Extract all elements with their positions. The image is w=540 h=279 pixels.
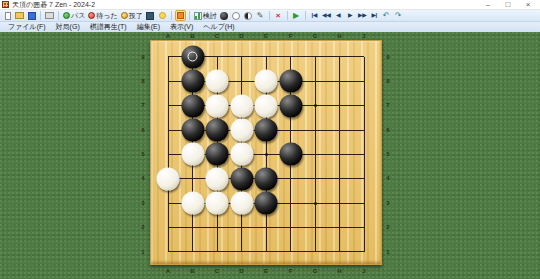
intersection-F7[interactable] — [278, 94, 303, 118]
white-stone-C8 — [206, 70, 229, 93]
intersection-H5[interactable] — [327, 142, 352, 166]
intersection-G4[interactable] — [303, 167, 328, 191]
coord-left-9: 9 — [137, 54, 149, 60]
intersection-B6[interactable] — [180, 118, 205, 142]
coord-right-6: 6 — [382, 127, 394, 133]
black-stone-icon — [220, 12, 228, 20]
back-10-button[interactable]: ◀◀ — [321, 10, 332, 21]
intersection-C8[interactable] — [205, 69, 230, 93]
back-1-button[interactable]: ◀ — [333, 10, 344, 21]
rotate-left-button[interactable]: ↶ — [381, 10, 392, 21]
intersection-F8[interactable] — [278, 69, 303, 93]
stone-mode-icon — [177, 12, 184, 19]
intersection-B4[interactable] — [180, 167, 205, 191]
intersection-H7[interactable] — [327, 94, 352, 118]
intersection-E1[interactable] — [254, 240, 279, 264]
intersection-F5[interactable] — [278, 142, 303, 166]
menu-replay[interactable]: 棋譜再生(T) — [85, 22, 132, 32]
minimize-button[interactable]: – — [478, 0, 498, 10]
coord-top-H: H — [335, 33, 345, 39]
black-stone-D4 — [230, 167, 253, 190]
intersection-A8[interactable] — [156, 69, 181, 93]
coord-left-5: 5 — [137, 151, 149, 157]
intersection-A3[interactable] — [156, 191, 181, 215]
hint-icon — [159, 12, 166, 19]
toolbar-separator — [305, 11, 306, 20]
stone-mode-toggle[interactable] — [175, 10, 186, 21]
intersection-G7[interactable] — [303, 94, 328, 118]
play-button[interactable]: ▶ — [291, 10, 302, 21]
intersection-E5[interactable] — [254, 142, 279, 166]
intersection-H9[interactable] — [327, 45, 352, 69]
white-stone-D6 — [230, 119, 253, 142]
coord-bottom-B: B — [188, 268, 198, 274]
coord-top-B: B — [188, 33, 198, 39]
intersection-B8[interactable] — [180, 69, 205, 93]
forward-10-icon: ▶▶ — [358, 10, 366, 21]
intersection-B5[interactable] — [180, 142, 205, 166]
intersection-H3[interactable] — [327, 191, 352, 215]
open-folder-icon — [15, 12, 24, 19]
first-move-icon: |◀ — [312, 10, 317, 21]
coord-bottom-C: C — [212, 268, 222, 274]
white-stone-D3 — [230, 192, 253, 215]
coord-bottom-G: G — [310, 268, 320, 274]
analyze-icon — [146, 12, 154, 20]
open-button[interactable] — [14, 10, 25, 21]
play-icon: ▶ — [293, 10, 299, 21]
place-black-button[interactable] — [219, 10, 230, 21]
intersection-A7[interactable] — [156, 94, 181, 118]
toolbar-separator — [58, 11, 59, 20]
intersection-H2[interactable] — [327, 215, 352, 239]
menu-file[interactable]: ファイル(F) — [3, 22, 51, 32]
intersection-E4[interactable] — [254, 167, 279, 191]
intersection-H6[interactable] — [327, 118, 352, 142]
chart-icon — [194, 12, 202, 20]
intersection-J4[interactable] — [352, 167, 377, 191]
intersection-F1[interactable] — [278, 240, 303, 264]
intersection-C6[interactable] — [205, 118, 230, 142]
save-button[interactable] — [26, 10, 37, 21]
window-controls: – □ × — [478, 0, 538, 10]
coord-left-4: 4 — [137, 175, 149, 181]
last-move-button[interactable]: ▶| — [369, 10, 380, 21]
pen-icon: ✎ — [257, 10, 264, 21]
black-stone-B7 — [181, 94, 204, 117]
alternate-stone-icon — [244, 12, 252, 20]
intersection-D8[interactable] — [229, 69, 254, 93]
goban — [150, 40, 382, 265]
intersection-D6[interactable] — [229, 118, 254, 142]
hint-button[interactable] — [157, 10, 168, 21]
intersection-D7[interactable] — [229, 94, 254, 118]
black-stone-E6 — [255, 119, 278, 142]
coord-right-4: 4 — [382, 175, 394, 181]
white-stone-E8 — [255, 70, 278, 93]
save-icon — [28, 12, 36, 20]
analyze-button[interactable] — [145, 10, 156, 21]
coord-bottom-H: H — [335, 268, 345, 274]
coord-top-D: D — [237, 33, 247, 39]
coord-right-1: 1 — [382, 249, 394, 255]
intersection-F6[interactable] — [278, 118, 303, 142]
intersection-E9[interactable] — [254, 45, 279, 69]
menu-edit[interactable]: 編集(E) — [132, 22, 165, 32]
resign-icon — [121, 12, 128, 19]
intersection-A2[interactable] — [156, 215, 181, 239]
white-stone-C4 — [206, 167, 229, 190]
forward-1-icon: ▶ — [348, 10, 352, 21]
pass-icon — [63, 12, 70, 19]
black-stone-B8 — [181, 70, 204, 93]
intersection-B1[interactable] — [180, 240, 205, 264]
undo-button[interactable]: 待った — [87, 10, 118, 21]
rotate-left-icon: ↶ — [383, 10, 390, 21]
coord-bottom-J: J — [359, 268, 369, 274]
star-point — [314, 104, 317, 107]
coord-bottom-E: E — [261, 268, 271, 274]
forward-1-button[interactable]: ▶ — [345, 10, 356, 21]
menu-bar: ファイル(F) 対局(G) 棋譜再生(T) 編集(E) 表示(V) ヘルプ(H) — [0, 22, 540, 32]
coord-top-E: E — [261, 33, 271, 39]
last-move-marker — [188, 52, 198, 62]
toolbar-separator — [189, 11, 190, 20]
first-move-button[interactable]: |◀ — [309, 10, 320, 21]
intersection-C7[interactable] — [205, 94, 230, 118]
intersection-J3[interactable] — [352, 191, 377, 215]
intersection-E2[interactable] — [254, 215, 279, 239]
coord-right-5: 5 — [382, 151, 394, 157]
black-stone-C5 — [206, 143, 229, 166]
table-felt: AABBCCDDEEFFGGHHJJ998877665544332211 — [0, 32, 540, 279]
intersection-F3[interactable] — [278, 191, 303, 215]
intersection-F4[interactable] — [278, 167, 303, 191]
review-button[interactable]: 検討 — [193, 10, 218, 21]
toolbar: パス 待った 投了 検討 ✎ × ▶ |◀ ◀◀ ◀ ▶ ▶▶ ▶| ↶ ↷ — [0, 10, 540, 22]
coord-bottom-F: F — [286, 268, 296, 274]
coord-left-8: 8 — [137, 78, 149, 84]
intersection-J1[interactable] — [352, 240, 377, 264]
undo-icon — [88, 12, 95, 19]
intersection-D4[interactable] — [229, 167, 254, 191]
delete-icon: × — [276, 10, 281, 21]
white-stone-B3 — [181, 192, 204, 215]
board-grid — [156, 45, 377, 264]
intersection-E6[interactable] — [254, 118, 279, 142]
intersection-J2[interactable] — [352, 215, 377, 239]
black-stone-B6 — [181, 119, 204, 142]
white-stone-A4 — [157, 167, 180, 190]
back-1-icon: ◀ — [336, 10, 340, 21]
intersection-G5[interactable] — [303, 142, 328, 166]
window-title: 天頂の囲碁 7 Zen - 2024-2 — [12, 0, 95, 10]
intersection-E7[interactable] — [254, 94, 279, 118]
intersection-G6[interactable] — [303, 118, 328, 142]
coord-left-7: 7 — [137, 102, 149, 108]
toolbar-separator — [269, 11, 270, 20]
white-stone-D7 — [230, 94, 253, 117]
forward-10-button[interactable]: ▶▶ — [357, 10, 368, 21]
black-stone-F8 — [279, 70, 302, 93]
coord-top-G: G — [310, 33, 320, 39]
rotate-right-icon: ↷ — [395, 10, 402, 21]
star-point — [314, 202, 317, 205]
intersection-D9[interactable] — [229, 45, 254, 69]
resign-button[interactable]: 投了 — [120, 10, 144, 21]
toolbar-separator — [171, 11, 172, 20]
menu-game[interactable]: 対局(G) — [51, 22, 85, 32]
white-stone-icon — [232, 12, 240, 20]
place-white-button[interactable] — [231, 10, 242, 21]
star-point — [265, 153, 268, 156]
intersection-B3[interactable] — [180, 191, 205, 215]
black-stone-B9 — [181, 45, 204, 68]
intersection-B2[interactable] — [180, 215, 205, 239]
toolbar-separator — [287, 11, 288, 20]
menu-help[interactable]: ヘルプ(H) — [198, 22, 239, 32]
white-stone-E7 — [255, 94, 278, 117]
app-icon — [2, 1, 9, 8]
coord-bottom-A: A — [163, 268, 173, 274]
coord-left-2: 2 — [137, 224, 149, 230]
coord-right-3: 3 — [382, 200, 394, 206]
intersection-H1[interactable] — [327, 240, 352, 264]
delete-button[interactable]: × — [273, 10, 284, 21]
intersection-C4[interactable] — [205, 167, 230, 191]
edit-button[interactable]: ✎ — [255, 10, 266, 21]
intersection-G1[interactable] — [303, 240, 328, 264]
coord-top-C: C — [212, 33, 222, 39]
intersection-J9[interactable] — [352, 45, 377, 69]
intersection-A5[interactable] — [156, 142, 181, 166]
menu-view[interactable]: 表示(V) — [165, 22, 198, 32]
coord-right-7: 7 — [382, 102, 394, 108]
coord-top-A: A — [163, 33, 173, 39]
back-10-icon: ◀◀ — [322, 10, 330, 21]
coord-bottom-D: D — [237, 268, 247, 274]
white-stone-B5 — [181, 143, 204, 166]
maximize-button[interactable]: □ — [498, 0, 518, 10]
intersection-C3[interactable] — [205, 191, 230, 215]
intersection-B7[interactable] — [180, 94, 205, 118]
coord-left-6: 6 — [137, 127, 149, 133]
intersection-D2[interactable] — [229, 215, 254, 239]
intersection-G8[interactable] — [303, 69, 328, 93]
intersection-G9[interactable] — [303, 45, 328, 69]
intersection-A1[interactable] — [156, 240, 181, 264]
white-stone-C7 — [206, 94, 229, 117]
app-window: 天頂の囲碁 7 Zen - 2024-2 – □ × パス 待った 投了 検討 … — [0, 0, 540, 279]
intersection-B9[interactable] — [180, 45, 205, 69]
title-bar: 天頂の囲碁 7 Zen - 2024-2 – □ × — [0, 0, 540, 10]
intersection-C1[interactable] — [205, 240, 230, 264]
intersection-D5[interactable] — [229, 142, 254, 166]
white-stone-C3 — [206, 192, 229, 215]
intersection-G3[interactable] — [303, 191, 328, 215]
coord-left-1: 1 — [137, 249, 149, 255]
intersection-A9[interactable] — [156, 45, 181, 69]
intersection-D1[interactable] — [229, 240, 254, 264]
intersection-A4[interactable] — [156, 167, 181, 191]
intersection-J8[interactable] — [352, 69, 377, 93]
intersection-G2[interactable] — [303, 215, 328, 239]
intersection-C2[interactable] — [205, 215, 230, 239]
intersection-H4[interactable] — [327, 167, 352, 191]
intersection-A6[interactable] — [156, 118, 181, 142]
new-button[interactable] — [2, 10, 13, 21]
coord-top-F: F — [286, 33, 296, 39]
new-file-icon — [5, 12, 11, 20]
alternate-stone-button[interactable] — [243, 10, 254, 21]
close-button[interactable]: × — [518, 0, 538, 10]
intersection-J7[interactable] — [352, 94, 377, 118]
intersection-H8[interactable] — [327, 69, 352, 93]
last-move-icon: ▶| — [372, 10, 377, 21]
white-stone-D5 — [230, 143, 253, 166]
intersection-C5[interactable] — [205, 142, 230, 166]
coord-left-3: 3 — [137, 200, 149, 206]
black-stone-E3 — [255, 192, 278, 215]
coord-right-2: 2 — [382, 224, 394, 230]
pass-button[interactable]: パス — [62, 10, 86, 21]
black-stone-E4 — [255, 167, 278, 190]
intersection-F2[interactable] — [278, 215, 303, 239]
toolbar-separator — [40, 11, 41, 20]
black-stone-F7 — [279, 94, 302, 117]
intersection-J5[interactable] — [352, 142, 377, 166]
intersection-C9[interactable] — [205, 45, 230, 69]
black-stone-F5 — [279, 143, 302, 166]
intersection-D3[interactable] — [229, 191, 254, 215]
coord-right-9: 9 — [382, 54, 394, 60]
print-button[interactable] — [44, 10, 55, 21]
coord-top-J: J — [359, 33, 369, 39]
intersection-J6[interactable] — [352, 118, 377, 142]
black-stone-C6 — [206, 119, 229, 142]
coord-right-8: 8 — [382, 78, 394, 84]
rotate-right-button[interactable]: ↷ — [393, 10, 404, 21]
printer-icon — [45, 12, 54, 19]
intersection-E8[interactable] — [254, 69, 279, 93]
intersection-F9[interactable] — [278, 45, 303, 69]
intersection-E3[interactable] — [254, 191, 279, 215]
